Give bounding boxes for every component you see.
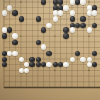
stone-black[interactable] [46, 51, 52, 57]
stone-white[interactable] [63, 62, 69, 68]
go-board [0, 0, 100, 100]
stone-white[interactable] [41, 44, 47, 50]
stone-black[interactable] [29, 62, 35, 68]
stone-black[interactable] [12, 40, 18, 46]
go-board-photo [0, 0, 100, 100]
stone-black[interactable] [75, 51, 81, 57]
stone-black[interactable] [36, 40, 42, 46]
stone-black[interactable] [80, 23, 86, 29]
stone-black[interactable] [92, 62, 98, 68]
stone-white[interactable] [12, 33, 18, 39]
stone-black[interactable] [58, 0, 64, 5]
stone-white[interactable] [87, 27, 93, 33]
stone-white[interactable] [7, 5, 13, 11]
stone-white[interactable] [70, 27, 76, 33]
stone-black[interactable] [41, 0, 47, 5]
stone-black[interactable] [36, 16, 42, 22]
stone-black[interactable] [92, 51, 98, 57]
stone-black[interactable] [7, 27, 13, 33]
stone-white[interactable] [80, 57, 86, 63]
stone-black[interactable] [70, 16, 76, 22]
stone-black[interactable] [63, 33, 69, 39]
stone-white[interactable] [46, 23, 52, 29]
stone-black[interactable] [41, 27, 47, 33]
stone-white[interactable] [53, 16, 59, 22]
stone-white[interactable] [12, 51, 18, 57]
stone-white[interactable] [92, 10, 98, 16]
stone-white[interactable] [46, 62, 52, 68]
stone-black[interactable] [12, 10, 18, 16]
stone-black[interactable] [63, 27, 69, 33]
stone-black[interactable] [2, 33, 8, 39]
stone-white[interactable] [70, 10, 76, 16]
stone-black[interactable] [2, 62, 8, 68]
stone-white[interactable] [58, 10, 64, 16]
stone-white[interactable] [19, 57, 25, 63]
stone-black[interactable] [80, 16, 86, 22]
stones-layer [0, 0, 100, 100]
stone-white[interactable] [63, 5, 69, 11]
stone-white[interactable] [70, 57, 76, 63]
stone-white[interactable] [80, 0, 86, 5]
stone-white[interactable] [24, 68, 30, 74]
stone-black[interactable] [92, 23, 98, 29]
stone-black[interactable] [19, 16, 25, 22]
stone-white[interactable] [2, 10, 8, 16]
